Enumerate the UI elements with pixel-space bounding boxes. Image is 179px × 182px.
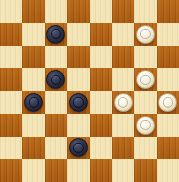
light-square-r3c1 (22, 68, 44, 91)
light-square-r4c4 (90, 91, 112, 114)
light-square-r3c3 (67, 68, 89, 91)
light-square-r3c5 (112, 68, 134, 91)
dark-square-r5c6[interactable] (134, 114, 156, 137)
light-square-r0c2 (45, 0, 67, 23)
dark-square-r0c1[interactable] (22, 0, 44, 23)
black-checker-piece[interactable] (46, 70, 65, 89)
light-square-r1c1 (22, 23, 44, 46)
light-square-r6c2 (45, 137, 67, 160)
light-square-r6c0 (0, 137, 22, 160)
white-checker-piece[interactable] (136, 116, 155, 135)
light-square-r5c1 (22, 114, 44, 137)
dark-square-r4c7[interactable] (157, 91, 179, 114)
dark-square-r2c3[interactable] (67, 46, 89, 69)
light-square-r2c6 (134, 46, 156, 69)
light-square-r5c7 (157, 114, 179, 137)
light-square-r6c6 (134, 137, 156, 160)
light-square-r4c0 (0, 91, 22, 114)
light-square-r0c6 (134, 0, 156, 23)
light-square-r4c6 (134, 91, 156, 114)
black-checker-piece[interactable] (24, 93, 43, 112)
light-square-r4c2 (45, 91, 67, 114)
dark-square-r0c7[interactable] (157, 0, 179, 23)
dark-square-r7c4[interactable] (90, 159, 112, 182)
light-square-r7c5 (112, 159, 134, 182)
light-square-r2c0 (0, 46, 22, 69)
white-checker-piece[interactable] (136, 25, 155, 44)
dark-square-r6c3[interactable] (67, 137, 89, 160)
white-checker-piece[interactable] (114, 93, 133, 112)
dark-square-r4c5[interactable] (112, 91, 134, 114)
dark-square-r2c7[interactable] (157, 46, 179, 69)
dark-square-r4c1[interactable] (22, 91, 44, 114)
dark-square-r1c4[interactable] (90, 23, 112, 46)
black-checker-piece[interactable] (69, 138, 88, 157)
dark-square-r3c4[interactable] (90, 68, 112, 91)
dark-square-r6c1[interactable] (22, 137, 44, 160)
dark-square-r5c0[interactable] (0, 114, 22, 137)
dark-square-r1c2[interactable] (45, 23, 67, 46)
light-square-r6c4 (90, 137, 112, 160)
dark-square-r3c0[interactable] (0, 68, 22, 91)
white-checker-piece[interactable] (136, 70, 155, 89)
white-checker-piece[interactable] (158, 93, 177, 112)
dark-square-r1c0[interactable] (0, 23, 22, 46)
black-checker-piece[interactable] (69, 93, 88, 112)
light-square-r5c5 (112, 114, 134, 137)
dark-square-r3c6[interactable] (134, 68, 156, 91)
dark-square-r7c0[interactable] (0, 159, 22, 182)
light-square-r7c7 (157, 159, 179, 182)
light-square-r0c0 (0, 0, 22, 23)
light-square-r3c7 (157, 68, 179, 91)
dark-square-r6c7[interactable] (157, 137, 179, 160)
light-square-r0c4 (90, 0, 112, 23)
light-square-r5c3 (67, 114, 89, 137)
light-square-r1c7 (157, 23, 179, 46)
dark-square-r5c4[interactable] (90, 114, 112, 137)
dark-square-r7c6[interactable] (134, 159, 156, 182)
dark-square-r6c5[interactable] (112, 137, 134, 160)
light-square-r2c2 (45, 46, 67, 69)
checkers-board (0, 0, 179, 182)
dark-square-r4c3[interactable] (67, 91, 89, 114)
light-square-r7c1 (22, 159, 44, 182)
dark-square-r1c6[interactable] (134, 23, 156, 46)
dark-square-r0c5[interactable] (112, 0, 134, 23)
black-checker-piece[interactable] (46, 25, 65, 44)
light-square-r7c3 (67, 159, 89, 182)
dark-square-r2c1[interactable] (22, 46, 44, 69)
dark-square-r7c2[interactable] (45, 159, 67, 182)
light-square-r1c5 (112, 23, 134, 46)
dark-square-r3c2[interactable] (45, 68, 67, 91)
light-square-r1c3 (67, 23, 89, 46)
dark-square-r5c2[interactable] (45, 114, 67, 137)
light-square-r2c4 (90, 46, 112, 69)
dark-square-r0c3[interactable] (67, 0, 89, 23)
dark-square-r2c5[interactable] (112, 46, 134, 69)
